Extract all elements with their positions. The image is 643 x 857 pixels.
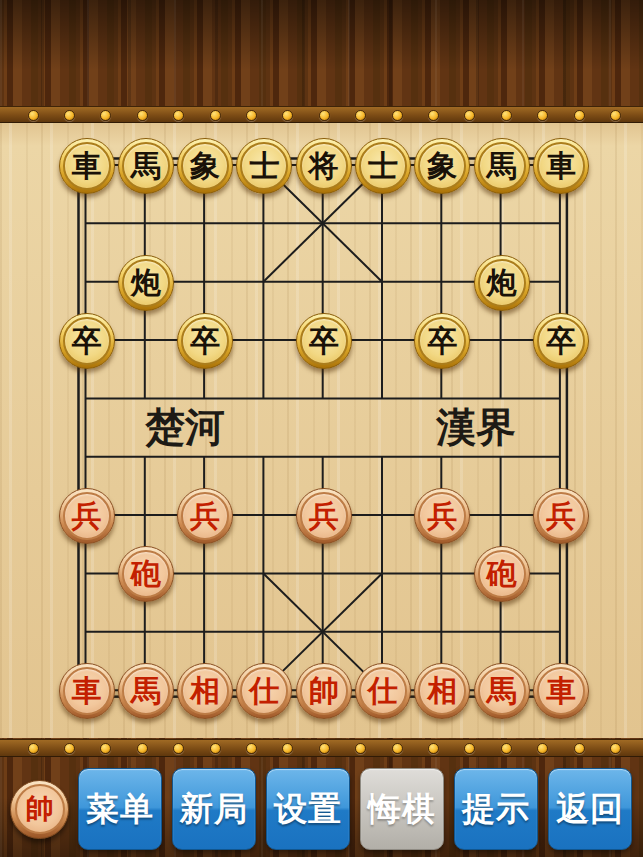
stud-rivet — [137, 743, 148, 754]
piece-glyph: 炮 — [122, 259, 170, 307]
piece-glyph: 馬 — [122, 142, 170, 190]
stud-rivet — [28, 110, 39, 121]
piece-black-advisor[interactable]: 士 — [355, 138, 411, 194]
piece-black-chariot[interactable]: 車 — [59, 138, 115, 194]
stud-rivet — [464, 743, 475, 754]
piece-glyph: 馬 — [478, 142, 526, 190]
stud-rivet — [282, 743, 293, 754]
piece-glyph: 炮 — [478, 259, 526, 307]
stud-rivet — [537, 110, 548, 121]
piece-glyph: 車 — [537, 142, 585, 190]
piece-black-soldier[interactable]: 卒 — [59, 313, 115, 369]
stud-rivet — [464, 110, 475, 121]
piece-black-cannon[interactable]: 炮 — [118, 255, 174, 311]
piece-red-elephant[interactable]: 相 — [177, 663, 233, 719]
piece-glyph: 卒 — [418, 317, 466, 365]
stud-rivet — [319, 110, 330, 121]
piece-red-advisor[interactable]: 仕 — [355, 663, 411, 719]
new-game-button[interactable]: 新局 — [172, 768, 256, 850]
stud-rivet — [355, 743, 366, 754]
stud-rivet — [173, 743, 184, 754]
piece-black-general[interactable]: 将 — [296, 138, 352, 194]
stud-rivet — [610, 743, 621, 754]
piece-red-soldier[interactable]: 兵 — [59, 488, 115, 544]
stud-rivet — [501, 743, 512, 754]
piece-glyph: 兵 — [63, 492, 111, 540]
piece-glyph: 士 — [240, 142, 288, 190]
stud-rivet — [319, 743, 330, 754]
back-button[interactable]: 返回 — [548, 768, 632, 850]
piece-red-horse[interactable]: 馬 — [118, 663, 174, 719]
piece-glyph: 将 — [300, 142, 348, 190]
piece-black-soldier[interactable]: 卒 — [414, 313, 470, 369]
piece-glyph: 車 — [537, 667, 585, 715]
piece-black-chariot[interactable]: 車 — [533, 138, 589, 194]
menu-button[interactable]: 菜单 — [78, 768, 162, 850]
stud-rivet — [28, 743, 39, 754]
piece-glyph: 車 — [63, 142, 111, 190]
piece-red-soldier[interactable]: 兵 — [177, 488, 233, 544]
stud-rivet — [246, 743, 257, 754]
stud-rivet — [501, 110, 512, 121]
board-surface — [0, 120, 643, 738]
piece-black-soldier[interactable]: 卒 — [533, 313, 589, 369]
piece-glyph: 馬 — [122, 667, 170, 715]
piece-red-general[interactable]: 帥 — [296, 663, 352, 719]
piece-red-chariot[interactable]: 車 — [533, 663, 589, 719]
piece-glyph: 兵 — [418, 492, 466, 540]
piece-glyph: 仕 — [240, 667, 288, 715]
piece-glyph: 相 — [181, 667, 229, 715]
stud-rivet — [137, 110, 148, 121]
red-general-turn-indicator: 帥 — [10, 780, 69, 839]
piece-red-horse[interactable]: 馬 — [474, 663, 530, 719]
piece-black-soldier[interactable]: 卒 — [177, 313, 233, 369]
piece-glyph: 車 — [63, 667, 111, 715]
piece-red-soldier[interactable]: 兵 — [296, 488, 352, 544]
stud-rivet — [392, 110, 403, 121]
piece-red-soldier[interactable]: 兵 — [414, 488, 470, 544]
undo-button[interactable]: 悔棋 — [360, 768, 444, 850]
piece-glyph: 砲 — [478, 550, 526, 598]
piece-glyph: 兵 — [300, 492, 348, 540]
piece-glyph: 卒 — [537, 317, 585, 365]
top-stud-rail — [0, 106, 643, 123]
piece-black-soldier[interactable]: 卒 — [296, 313, 352, 369]
xiangqi-app: 楚河 漢界 車馬象士将士象馬車炮炮卒卒卒卒卒兵兵兵兵兵砲砲車馬相仕帥仕相馬車 帥… — [0, 0, 643, 857]
piece-glyph: 砲 — [122, 550, 170, 598]
piece-black-elephant[interactable]: 象 — [414, 138, 470, 194]
stud-rivet — [210, 743, 221, 754]
piece-red-cannon[interactable]: 砲 — [118, 546, 174, 602]
stud-rivet — [537, 743, 548, 754]
stud-rivet — [173, 110, 184, 121]
piece-black-advisor[interactable]: 士 — [236, 138, 292, 194]
piece-glyph: 卒 — [300, 317, 348, 365]
stud-rivet — [574, 743, 585, 754]
stud-rivet — [100, 110, 111, 121]
settings-button[interactable]: 设置 — [266, 768, 350, 850]
toolbar: 帥 菜单 新局 设置 悔棋 提示 返回 — [10, 766, 633, 852]
piece-black-horse[interactable]: 馬 — [118, 138, 174, 194]
stud-rivet — [246, 110, 257, 121]
piece-glyph: 兵 — [537, 492, 585, 540]
piece-glyph: 卒 — [181, 317, 229, 365]
stud-rivet — [355, 110, 366, 121]
stud-rivet — [574, 110, 585, 121]
piece-black-horse[interactable]: 馬 — [474, 138, 530, 194]
piece-glyph: 馬 — [478, 667, 526, 715]
piece-red-cannon[interactable]: 砲 — [474, 546, 530, 602]
piece-red-chariot[interactable]: 車 — [59, 663, 115, 719]
stud-rivet — [210, 110, 221, 121]
stud-rivet — [610, 110, 621, 121]
piece-glyph: 象 — [181, 142, 229, 190]
piece-glyph: 相 — [418, 667, 466, 715]
stud-rivet — [100, 743, 111, 754]
piece-glyph: 仕 — [359, 667, 407, 715]
bottom-stud-rail — [0, 739, 643, 757]
piece-red-soldier[interactable]: 兵 — [533, 488, 589, 544]
red-general-turn-indicator-glyph: 帥 — [15, 784, 65, 834]
stud-rivet — [428, 110, 439, 121]
stud-rivet — [64, 110, 75, 121]
piece-glyph: 象 — [418, 142, 466, 190]
stud-rivet — [428, 743, 439, 754]
piece-black-elephant[interactable]: 象 — [177, 138, 233, 194]
piece-glyph: 兵 — [181, 492, 229, 540]
piece-black-cannon[interactable]: 炮 — [474, 255, 530, 311]
piece-glyph: 帥 — [300, 667, 348, 715]
piece-glyph: 卒 — [63, 317, 111, 365]
piece-glyph: 士 — [359, 142, 407, 190]
stud-rivet — [392, 743, 403, 754]
stud-rivet — [282, 110, 293, 121]
hint-button[interactable]: 提示 — [454, 768, 538, 850]
stud-rivet — [64, 743, 75, 754]
